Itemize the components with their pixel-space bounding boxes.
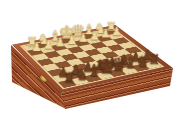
square-h2[interactable]: ♟ [27, 49, 44, 56]
piece-black-rook[interactable]: ♜ [55, 70, 81, 84]
piece-white-pawn[interactable]: ♟ [24, 41, 48, 53]
square-h8[interactable]: ♜ [58, 79, 77, 87]
chess-set-photo: ♜♞♝♚♛♝♞♜♟♟♟♟♟♟♟♟♟♟♟♟♟♟♟♟♜♞♝♚♛♝♞♜ [0, 0, 180, 120]
